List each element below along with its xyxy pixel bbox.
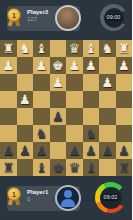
piece-wP[interactable]: ♟ (19, 91, 31, 108)
rank-medal-icon: 1 (7, 8, 21, 29)
square[interactable] (99, 125, 116, 142)
square[interactable] (33, 91, 50, 108)
square[interactable] (17, 125, 34, 142)
square[interactable] (99, 91, 116, 108)
square[interactable]: ♞ (33, 125, 50, 142)
square[interactable]: ♟ (116, 57, 133, 74)
medal-rank-number: 1 (12, 12, 16, 19)
piece-wP[interactable]: ♟ (101, 74, 113, 91)
piece-bP[interactable]: ♟ (52, 108, 64, 125)
square[interactable]: ♜ (0, 159, 17, 176)
square[interactable] (66, 125, 83, 142)
square[interactable]: ♟ (99, 142, 116, 159)
square[interactable]: ♚ (50, 159, 67, 176)
piece-bP[interactable]: ♟ (68, 142, 80, 159)
square[interactable] (50, 142, 67, 159)
square[interactable] (50, 125, 67, 142)
top-player-clock: 09:00 (100, 4, 127, 31)
square[interactable]: ♜ (116, 40, 133, 57)
piece-bB[interactable]: ♝ (85, 159, 97, 176)
square[interactable]: ♞ (99, 40, 116, 57)
square[interactable]: ♟ (17, 91, 34, 108)
square[interactable]: ♟ (50, 74, 67, 91)
square[interactable] (33, 108, 50, 125)
square[interactable] (0, 91, 17, 108)
square[interactable]: ♚ (50, 57, 67, 74)
square[interactable] (116, 108, 133, 125)
square[interactable]: ♟ (83, 57, 100, 74)
square[interactable] (33, 74, 50, 91)
piece-bR[interactable]: ♜ (118, 159, 130, 176)
square[interactable]: ♟ (50, 108, 67, 125)
piece-wP[interactable]: ♟ (35, 57, 47, 74)
square[interactable] (17, 74, 34, 91)
square[interactable]: ♛ (66, 159, 83, 176)
piece-bP[interactable]: ♟ (101, 142, 113, 159)
square[interactable]: ♟ (33, 57, 50, 74)
piece-wR[interactable]: ♜ (2, 40, 14, 57)
piece-bP[interactable]: ♟ (85, 142, 97, 159)
square[interactable]: ♟ (66, 142, 83, 159)
chess-board: ♜♞♝♛♝♞♜♟♟♚♟♟♟♟♟♟♟♞♞♟♟♟♟♟♟♟♜♝♚♛♝♜ (0, 40, 132, 176)
top-player-avatar[interactable] (55, 5, 81, 31)
square[interactable] (99, 57, 116, 74)
square[interactable]: ♝ (33, 159, 50, 176)
square[interactable] (99, 108, 116, 125)
square[interactable] (0, 74, 17, 91)
square[interactable] (50, 91, 67, 108)
piece-wR[interactable]: ♜ (118, 40, 130, 57)
square[interactable]: ♟ (0, 57, 17, 74)
piece-wP[interactable]: ♟ (52, 74, 64, 91)
square[interactable] (99, 159, 116, 176)
piece-bP[interactable]: ♟ (2, 142, 14, 159)
bottom-player-rating: 0 (27, 196, 48, 203)
piece-wP[interactable]: ♟ (2, 57, 14, 74)
square[interactable] (17, 57, 34, 74)
square[interactable]: ♛ (66, 40, 83, 57)
piece-wP[interactable]: ♟ (68, 57, 80, 74)
square[interactable]: ♝ (83, 159, 100, 176)
piece-wB[interactable]: ♝ (35, 40, 47, 57)
clock-face: 09:00 (104, 8, 124, 28)
square[interactable]: ♟ (0, 142, 17, 159)
person-icon (61, 199, 75, 207)
piece-bB[interactable]: ♝ (35, 159, 47, 176)
piece-bQ[interactable]: ♛ (68, 159, 80, 176)
piece-bN[interactable]: ♞ (85, 125, 97, 142)
square[interactable]: ♜ (116, 159, 133, 176)
top-player-rating: 127 (27, 16, 48, 23)
chess-app-screen: 1 Player2 127 09:00 ♜♞♝♛♝♞♜♟♟♚♟♟♟♟♟♟♟♞♞♟… (0, 0, 132, 220)
piece-bK[interactable]: ♚ (52, 159, 64, 176)
square[interactable]: ♝ (33, 40, 50, 57)
square[interactable] (116, 91, 133, 108)
square[interactable]: ♞ (17, 40, 34, 57)
square[interactable] (66, 74, 83, 91)
square[interactable] (50, 40, 67, 57)
piece-wN[interactable]: ♞ (101, 40, 113, 57)
square[interactable]: ♟ (99, 74, 116, 91)
bottom-clock-time: 09:02 (102, 194, 120, 202)
piece-wK[interactable]: ♚ (52, 57, 64, 74)
square[interactable] (0, 125, 17, 142)
square[interactable] (0, 108, 17, 125)
square[interactable]: ♜ (0, 40, 17, 57)
top-player-name: Player2 (27, 9, 48, 16)
square[interactable]: ♟ (116, 142, 133, 159)
square[interactable] (83, 91, 100, 108)
square[interactable]: ♟ (17, 142, 34, 159)
piece-wB[interactable]: ♝ (85, 40, 97, 57)
square[interactable]: ♟ (33, 142, 50, 159)
piece-wP[interactable]: ♟ (85, 57, 97, 74)
rank-medal-icon: 1 (7, 187, 21, 208)
medal-disc: 1 (7, 8, 21, 22)
square[interactable]: ♝ (83, 40, 100, 57)
square[interactable]: ♟ (83, 142, 100, 159)
top-clock-time: 09:00 (105, 14, 123, 22)
bottom-player-clock: 09:02 (95, 182, 126, 213)
piece-bR[interactable]: ♜ (2, 159, 14, 176)
piece-wN[interactable]: ♞ (19, 40, 31, 57)
square[interactable] (17, 159, 34, 176)
square[interactable] (66, 91, 83, 108)
bottom-player-avatar[interactable] (55, 185, 81, 211)
square[interactable] (66, 108, 83, 125)
square[interactable]: ♞ (83, 125, 100, 142)
square[interactable] (83, 74, 100, 91)
piece-bP[interactable]: ♟ (35, 142, 47, 159)
square[interactable] (17, 108, 34, 125)
square[interactable] (116, 125, 133, 142)
square[interactable]: ♟ (66, 57, 83, 74)
piece-bP[interactable]: ♟ (118, 142, 130, 159)
square[interactable] (83, 108, 100, 125)
medal-rank-number: 1 (12, 191, 16, 198)
square[interactable] (116, 74, 133, 91)
piece-bP[interactable]: ♟ (19, 142, 31, 159)
piece-bN[interactable]: ♞ (35, 125, 47, 142)
clock-face: 09:02 (100, 187, 122, 209)
bottom-player-name: Player1 (27, 189, 48, 196)
person-icon (64, 190, 72, 198)
piece-wQ[interactable]: ♛ (68, 40, 80, 57)
piece-wP[interactable]: ♟ (118, 57, 130, 74)
medal-disc: 1 (7, 187, 21, 201)
